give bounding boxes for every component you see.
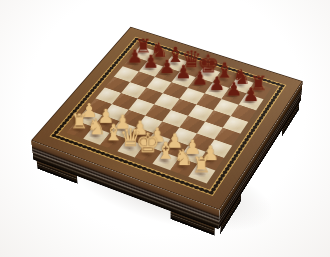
white-rook-glyph: ♜ (70, 111, 88, 131)
square-h7[interactable]: ♟ (239, 94, 264, 111)
black-pawn-glyph: ♟ (242, 85, 259, 104)
square-g5[interactable] (205, 110, 231, 127)
black-pawn-glyph: ♟ (126, 47, 142, 65)
white-bishop-glyph: ♝ (155, 140, 176, 163)
black-pawn-glyph: ♟ (175, 63, 192, 81)
black-pawn-glyph: ♟ (225, 79, 242, 98)
black-pawn-glyph: ♟ (208, 74, 225, 93)
board-foot-right-far (282, 102, 300, 137)
white-rook-glyph: ♜ (192, 154, 211, 175)
playing-field: ♜♞♝♛♚♝♞♜♟♟♟♟♟♟♟♟♟♟♟♟♟♟♟♟♜♞♝♛♚♝♞♜ (66, 46, 271, 183)
white-knight-glyph: ♞ (173, 147, 193, 169)
black-pawn-glyph: ♟ (191, 68, 208, 87)
black-pawn-glyph: ♟ (142, 53, 158, 71)
black-pawn-glyph: ♟ (158, 58, 174, 76)
photo-scene: ♜♞♝♛♚♝♞♜♟♟♟♟♟♟♟♟♟♟♟♟♟♟♟♟♜♞♝♛♚♝♞♜ (0, 0, 330, 257)
